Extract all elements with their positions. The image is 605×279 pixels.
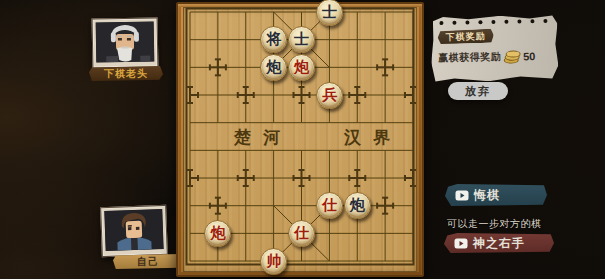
piece-glyph: 士 [322,5,337,20]
reward-title: 下棋奖励 [446,31,486,43]
piece-将[interactable]: 将 [260,26,287,53]
piece-glyph: 仕 [294,226,309,241]
piece-glyph: 帅 [266,254,281,269]
notebook-hole [504,20,508,24]
undo-button[interactable]: 悔棋 [445,184,547,206]
give-up-button[interactable]: 放弃 [448,82,508,100]
coin-icon [503,49,521,63]
piece-兵[interactable]: 兵 [316,82,343,109]
god-hand-hint: 可以走一步对方的棋 [447,217,542,231]
reward-line: 赢棋获得奖励 50 [438,49,536,65]
notebook-holes [430,15,557,18]
notebook-hole [543,19,547,23]
opponent-name: 下棋老头 [104,68,148,79]
opponent-player-card: 下棋老头 [92,18,163,81]
god-hand-label: 神之右手 [473,235,525,252]
opponent-name-banner: 下棋老头 [89,66,163,81]
piece-glyph: 炮 [350,198,365,213]
reward-note: 下棋奖励 赢棋获得奖励 50 [430,15,558,83]
video-ad-icon [455,190,469,201]
self-name: 自己 [137,256,159,267]
notebook-hole [491,20,495,24]
piece-glyph: 仕 [322,198,337,213]
self-avatar [100,205,168,257]
reward-amount: 50 [523,50,535,62]
piece-glyph: 将 [266,32,281,47]
notebook-hole [452,21,456,25]
opponent-avatar [92,17,159,68]
xiangqi-board[interactable]: 楚河 汉界 士将士炮炮兵仕炮炮仕帅 [176,2,424,277]
reward-desc: 赢棋获得奖励 [438,50,501,65]
notebook-hole [439,21,443,25]
piece-glyph: 炮 [266,60,281,75]
young-man-avatar-image [104,209,163,251]
reward-title-badge: 下棋奖励 [437,29,493,45]
undo-label: 悔棋 [474,187,500,204]
notebook-hole [517,19,521,23]
old-man-avatar-image [96,21,155,62]
notebook-hole [465,21,469,25]
piece-glyph: 士 [294,32,309,47]
notebook-hole [478,20,482,24]
piece-炮[interactable]: 炮 [204,220,231,247]
video-ad-icon [454,238,468,249]
xiangqi-game-screen: 下棋老头 自己 楚河 [0,0,605,279]
piece-炮[interactable]: 炮 [260,54,287,81]
self-name-banner: 自己 [113,254,183,269]
notebook-hole [530,19,534,23]
piece-士[interactable]: 士 [288,26,315,53]
piece-glyph: 炮 [210,226,225,241]
piece-炮[interactable]: 炮 [344,192,371,219]
pieces-layer: 士将士炮炮兵仕炮炮仕帅 [176,2,424,277]
piece-炮[interactable]: 炮 [288,54,315,81]
piece-glyph: 兵 [322,88,337,103]
god-hand-button[interactable]: 神之右手 [444,233,554,253]
piece-士[interactable]: 士 [316,0,343,26]
piece-glyph: 炮 [294,60,309,75]
piece-帅[interactable]: 帅 [260,248,287,275]
piece-仕[interactable]: 仕 [316,192,343,219]
piece-仕[interactable]: 仕 [288,220,315,247]
self-player-card: 自己 [101,206,183,269]
